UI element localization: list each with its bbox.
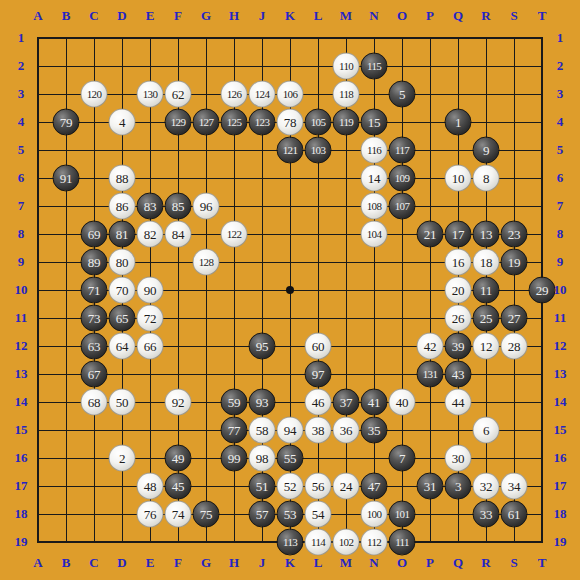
stone-white-34-S17[interactable]: 34 [501,473,528,500]
stone-black-61-S18[interactable]: 61 [501,501,528,528]
stone-move-number: 82 [144,228,156,241]
stone-white-24-M17[interactable]: 24 [333,473,360,500]
stone-move-number: 125 [227,117,241,128]
stone-white-2-D16[interactable]: 2 [109,445,136,472]
stone-white-4-D4[interactable]: 4 [109,109,136,136]
stone-black-73-C11[interactable]: 73 [81,305,108,332]
column-label-top-A: A [33,8,42,24]
stone-move-number: 78 [284,116,296,129]
stone-move-number: 128 [199,257,213,268]
stone-move-number: 81 [116,228,128,241]
row-label-left-2: 2 [18,58,25,74]
stone-black-19-S9[interactable]: 19 [501,249,528,276]
row-label-left-6: 6 [18,170,25,186]
stone-move-number: 12 [480,340,492,353]
stone-move-number: 29 [536,284,548,297]
column-label-bottom-O: O [397,555,407,571]
row-label-right-17: 17 [554,478,567,494]
stone-white-114-L19[interactable]: 114 [305,529,332,556]
stone-move-number: 122 [227,229,241,240]
row-label-left-3: 3 [18,86,25,102]
stone-black-33-R18[interactable]: 33 [473,501,500,528]
stone-black-43-Q13[interactable]: 43 [445,361,472,388]
stone-white-30-Q16[interactable]: 30 [445,445,472,472]
grid-line-vertical [430,37,431,543]
stone-move-number: 109 [395,173,409,184]
stone-black-127-G4[interactable]: 127 [193,109,220,136]
column-label-bottom-J: J [259,555,266,571]
column-label-bottom-A: A [33,555,42,571]
stone-move-number: 38 [312,424,324,437]
stone-move-number: 120 [87,89,101,100]
stone-move-number: 45 [172,480,184,493]
stone-black-27-S11[interactable]: 27 [501,305,528,332]
stone-white-8-R6[interactable]: 8 [473,165,500,192]
stone-white-48-E17[interactable]: 48 [137,473,164,500]
stone-move-number: 117 [395,145,409,156]
stone-black-123-J4[interactable]: 123 [249,109,276,136]
stone-white-64-D12[interactable]: 64 [109,333,136,360]
column-label-bottom-Q: Q [453,555,463,571]
column-label-top-M: M [340,8,352,24]
stone-black-109-O6[interactable]: 109 [389,165,416,192]
stone-move-number: 66 [144,340,156,353]
stone-black-83-E7[interactable]: 83 [137,193,164,220]
stone-move-number: 115 [367,61,381,72]
stone-black-51-J17[interactable]: 51 [249,473,276,500]
stone-white-6-R15[interactable]: 6 [473,417,500,444]
stone-black-49-F16[interactable]: 49 [165,445,192,472]
stone-white-40-O14[interactable]: 40 [389,389,416,416]
column-label-top-N: N [369,8,378,24]
column-label-bottom-E: E [146,555,155,571]
stone-black-59-H14[interactable]: 59 [221,389,248,416]
stone-move-number: 75 [200,508,212,521]
stone-white-54-L18[interactable]: 54 [305,501,332,528]
stone-black-53-K18[interactable]: 53 [277,501,304,528]
column-label-bottom-S: S [510,555,517,571]
column-label-bottom-N: N [369,555,378,571]
column-label-top-Q: Q [453,8,463,24]
stone-move-number: 83 [144,200,156,213]
stone-move-number: 123 [255,117,269,128]
stone-move-number: 10 [452,172,464,185]
row-label-left-14: 14 [15,394,28,410]
stone-move-number: 39 [452,340,464,353]
stone-black-125-H4[interactable]: 125 [221,109,248,136]
stone-move-number: 116 [367,145,381,156]
stone-move-number: 113 [283,537,297,548]
stone-move-number: 89 [88,256,100,269]
stone-white-84-F8[interactable]: 84 [165,221,192,248]
stone-white-70-D10[interactable]: 70 [109,277,136,304]
row-label-right-4: 4 [557,114,564,130]
stone-white-86-D7[interactable]: 86 [109,193,136,220]
row-label-right-8: 8 [557,226,564,242]
stone-white-104-N8[interactable]: 104 [361,221,388,248]
stone-black-101-O18[interactable]: 101 [389,501,416,528]
stone-white-108-N7[interactable]: 108 [361,193,388,220]
stone-move-number: 112 [367,537,381,548]
column-label-top-L: L [314,8,323,24]
stone-white-16-Q9[interactable]: 16 [445,249,472,276]
stone-black-57-J18[interactable]: 57 [249,501,276,528]
column-label-bottom-B: B [62,555,71,571]
go-kifu-diagram: AABBCCDDEEFFGGHHJJKKLLMMNNOOPPQQRRSSTT11… [0,0,580,580]
stone-black-91-B6[interactable]: 91 [53,165,80,192]
stone-move-number: 110 [339,61,353,72]
stone-move-number: 16 [452,256,464,269]
stone-move-number: 85 [172,200,184,213]
row-label-right-9: 9 [557,254,564,270]
stone-move-number: 51 [256,480,268,493]
row-label-right-19: 19 [554,534,567,550]
stone-white-58-J15[interactable]: 58 [249,417,276,444]
column-label-bottom-L: L [314,555,323,571]
stone-black-117-O5[interactable]: 117 [389,137,416,164]
column-label-top-H: H [229,8,239,24]
row-label-left-15: 15 [15,422,28,438]
stone-black-31-P17[interactable]: 31 [417,473,444,500]
column-label-top-O: O [397,8,407,24]
stone-black-1-Q4[interactable]: 1 [445,109,472,136]
row-label-left-13: 13 [15,366,28,382]
stone-black-111-O19[interactable]: 111 [389,529,416,556]
stone-white-122-H8[interactable]: 122 [221,221,248,248]
row-label-left-1: 1 [18,30,25,46]
star-point-K10 [286,286,294,294]
column-label-top-T: T [538,8,547,24]
stone-move-number: 46 [312,396,324,409]
stone-move-number: 31 [424,480,436,493]
stone-white-100-N18[interactable]: 100 [361,501,388,528]
stone-white-90-E10[interactable]: 90 [137,277,164,304]
stone-black-69-C8[interactable]: 69 [81,221,108,248]
stone-move-number: 92 [172,396,184,409]
stone-black-39-Q12[interactable]: 39 [445,333,472,360]
row-label-right-7: 7 [557,198,564,214]
stone-black-97-L13[interactable]: 97 [305,361,332,388]
column-label-bottom-T: T [538,555,547,571]
row-label-right-18: 18 [554,506,567,522]
row-label-left-11: 11 [15,310,27,326]
row-label-left-17: 17 [15,478,28,494]
stone-black-41-N14[interactable]: 41 [361,389,388,416]
stone-move-number: 94 [284,424,296,437]
stone-white-120-C3[interactable]: 120 [81,81,108,108]
stone-black-23-S8[interactable]: 23 [501,221,528,248]
stone-black-21-P8[interactable]: 21 [417,221,444,248]
row-label-left-10: 10 [15,282,28,298]
stone-white-42-P12[interactable]: 42 [417,333,444,360]
stone-move-number: 53 [284,508,296,521]
stone-move-number: 95 [256,340,268,353]
stone-move-number: 37 [340,396,352,409]
stone-move-number: 103 [311,145,325,156]
stone-white-60-L12[interactable]: 60 [305,333,332,360]
stone-black-129-F4[interactable]: 129 [165,109,192,136]
stone-white-66-E12[interactable]: 66 [137,333,164,360]
stone-move-number: 88 [116,172,128,185]
stone-move-number: 24 [340,480,352,493]
stone-white-56-L17[interactable]: 56 [305,473,332,500]
stone-black-5-O3[interactable]: 5 [389,81,416,108]
stone-black-79-B4[interactable]: 79 [53,109,80,136]
column-label-bottom-K: K [285,555,295,571]
stone-move-number: 102 [339,537,353,548]
stone-black-99-H16[interactable]: 99 [221,445,248,472]
row-label-right-2: 2 [557,58,564,74]
stone-move-number: 107 [395,201,409,212]
stone-black-37-M14[interactable]: 37 [333,389,360,416]
stone-black-63-C12[interactable]: 63 [81,333,108,360]
stone-white-130-E3[interactable]: 130 [137,81,164,108]
stone-black-103-L5[interactable]: 103 [305,137,332,164]
stone-move-number: 74 [172,508,184,521]
stone-move-number: 86 [116,200,128,213]
stone-move-number: 119 [339,117,353,128]
stone-move-number: 18 [480,256,492,269]
stone-move-number: 118 [339,89,353,100]
stone-white-88-D6[interactable]: 88 [109,165,136,192]
stone-white-44-Q14[interactable]: 44 [445,389,472,416]
stone-white-68-C14[interactable]: 68 [81,389,108,416]
row-label-right-5: 5 [557,142,564,158]
stone-black-45-F17[interactable]: 45 [165,473,192,500]
stone-move-number: 27 [508,312,520,325]
stone-black-131-P13[interactable]: 131 [417,361,444,388]
row-label-right-3: 3 [557,86,564,102]
stone-black-115-N2[interactable]: 115 [361,53,388,80]
stone-move-number: 4 [119,116,125,129]
stone-move-number: 11 [480,284,492,297]
row-label-left-19: 19 [15,534,28,550]
stone-black-15-N4[interactable]: 15 [361,109,388,136]
stone-white-32-R17[interactable]: 32 [473,473,500,500]
stone-move-number: 23 [508,228,520,241]
stone-white-12-R12[interactable]: 12 [473,333,500,360]
column-label-top-B: B [62,8,71,24]
row-label-left-18: 18 [15,506,28,522]
stone-move-number: 104 [367,229,381,240]
stone-white-106-K3[interactable]: 106 [277,81,304,108]
stone-move-number: 1 [455,116,461,129]
stone-white-18-R9[interactable]: 18 [473,249,500,276]
stone-white-94-K15[interactable]: 94 [277,417,304,444]
stone-move-number: 55 [284,452,296,465]
stone-move-number: 101 [395,509,409,520]
stone-black-113-K19[interactable]: 113 [277,529,304,556]
stone-move-number: 7 [399,452,405,465]
stone-move-number: 71 [88,284,100,297]
row-label-right-16: 16 [554,450,567,466]
stone-move-number: 6 [483,424,489,437]
stone-black-121-K5[interactable]: 121 [277,137,304,164]
column-label-bottom-C: C [89,555,98,571]
stone-white-112-N19[interactable]: 112 [361,529,388,556]
stone-move-number: 97 [312,368,324,381]
column-label-top-J: J [259,8,266,24]
stone-move-number: 62 [172,88,184,101]
stone-move-number: 56 [312,480,324,493]
row-label-left-8: 8 [18,226,25,242]
row-label-right-11: 11 [554,310,566,326]
stone-white-76-E18[interactable]: 76 [137,501,164,528]
stone-white-78-K4[interactable]: 78 [277,109,304,136]
stone-white-26-Q11[interactable]: 26 [445,305,472,332]
stone-white-10-Q6[interactable]: 10 [445,165,472,192]
stone-white-128-G9[interactable]: 128 [193,249,220,276]
row-label-right-1: 1 [557,30,564,46]
stone-white-50-D14[interactable]: 50 [109,389,136,416]
stone-white-82-E8[interactable]: 82 [137,221,164,248]
stone-move-number: 34 [508,480,520,493]
row-label-right-13: 13 [554,366,567,382]
stone-white-20-Q10[interactable]: 20 [445,277,472,304]
stone-move-number: 105 [311,117,325,128]
stone-move-number: 65 [116,312,128,325]
stone-move-number: 111 [395,537,409,548]
stone-white-46-L14[interactable]: 46 [305,389,332,416]
stone-black-119-M4[interactable]: 119 [333,109,360,136]
stone-move-number: 26 [452,312,464,325]
stone-white-52-K17[interactable]: 52 [277,473,304,500]
stone-move-number: 63 [88,340,100,353]
stone-move-number: 30 [452,452,464,465]
stone-move-number: 76 [144,508,156,521]
stone-move-number: 68 [88,396,100,409]
stone-white-126-H3[interactable]: 126 [221,81,248,108]
stone-move-number: 114 [311,537,325,548]
stone-move-number: 67 [88,368,100,381]
stone-move-number: 14 [368,172,380,185]
column-label-bottom-H: H [229,555,239,571]
stone-black-95-J12[interactable]: 95 [249,333,276,360]
stone-move-number: 58 [256,424,268,437]
stone-move-number: 57 [256,508,268,521]
stone-move-number: 19 [508,256,520,269]
stone-white-80-D9[interactable]: 80 [109,249,136,276]
stone-white-102-M19[interactable]: 102 [333,529,360,556]
stone-black-11-R10[interactable]: 11 [473,277,500,304]
column-label-top-E: E [146,8,155,24]
column-label-bottom-P: P [426,555,434,571]
row-label-left-5: 5 [18,142,25,158]
stone-black-3-Q17[interactable]: 3 [445,473,472,500]
stone-move-number: 61 [508,508,520,521]
row-label-left-9: 9 [18,254,25,270]
row-label-right-14: 14 [554,394,567,410]
stone-white-28-S12[interactable]: 28 [501,333,528,360]
stone-move-number: 36 [340,424,352,437]
stone-move-number: 50 [116,396,128,409]
stone-white-74-F18[interactable]: 74 [165,501,192,528]
stone-black-29-T10[interactable]: 29 [529,277,556,304]
stone-move-number: 79 [60,116,72,129]
stone-move-number: 96 [200,200,212,213]
stone-move-number: 49 [172,452,184,465]
stone-move-number: 3 [455,480,461,493]
stone-black-13-R8[interactable]: 13 [473,221,500,248]
row-label-right-6: 6 [557,170,564,186]
row-label-right-15: 15 [554,422,567,438]
stone-move-number: 2 [119,452,125,465]
stone-move-number: 73 [88,312,100,325]
stone-move-number: 100 [367,509,381,520]
row-label-right-12: 12 [554,338,567,354]
stone-white-38-L15[interactable]: 38 [305,417,332,444]
column-label-top-C: C [89,8,98,24]
stone-white-62-F3[interactable]: 62 [165,81,192,108]
stone-black-7-O16[interactable]: 7 [389,445,416,472]
stone-black-75-G18[interactable]: 75 [193,501,220,528]
stone-move-number: 124 [255,89,269,100]
stone-move-number: 41 [368,396,380,409]
stone-black-77-H15[interactable]: 77 [221,417,248,444]
stone-move-number: 32 [480,480,492,493]
stone-white-92-F14[interactable]: 92 [165,389,192,416]
stone-black-89-C9[interactable]: 89 [81,249,108,276]
stone-white-72-E11[interactable]: 72 [137,305,164,332]
stone-white-110-M2[interactable]: 110 [333,53,360,80]
stone-white-116-N5[interactable]: 116 [361,137,388,164]
stone-black-47-N17[interactable]: 47 [361,473,388,500]
stone-move-number: 20 [452,284,464,297]
stone-white-118-M3[interactable]: 118 [333,81,360,108]
stone-white-98-J16[interactable]: 98 [249,445,276,472]
column-label-bottom-F: F [174,555,182,571]
row-label-left-7: 7 [18,198,25,214]
stone-black-105-L4[interactable]: 105 [305,109,332,136]
stone-move-number: 121 [283,145,297,156]
stone-black-93-J14[interactable]: 93 [249,389,276,416]
stone-move-number: 33 [480,508,492,521]
stone-black-71-C10[interactable]: 71 [81,277,108,304]
stone-black-17-Q8[interactable]: 17 [445,221,472,248]
stone-black-81-D8[interactable]: 81 [109,221,136,248]
stone-black-25-R11[interactable]: 25 [473,305,500,332]
stone-black-55-K16[interactable]: 55 [277,445,304,472]
column-label-bottom-M: M [340,555,352,571]
stone-move-number: 47 [368,480,380,493]
stone-move-number: 42 [424,340,436,353]
stone-move-number: 60 [312,340,324,353]
row-label-left-4: 4 [18,114,25,130]
stone-black-35-N15[interactable]: 35 [361,417,388,444]
stone-black-9-R5[interactable]: 9 [473,137,500,164]
stone-move-number: 70 [116,284,128,297]
stone-white-14-N6[interactable]: 14 [361,165,388,192]
stone-move-number: 127 [199,117,213,128]
grid-line-vertical [514,37,515,543]
stone-black-107-O7[interactable]: 107 [389,193,416,220]
stone-move-number: 91 [60,172,72,185]
stone-move-number: 90 [144,284,156,297]
stone-move-number: 131 [423,369,437,380]
stone-white-96-G7[interactable]: 96 [193,193,220,220]
stone-move-number: 44 [452,396,464,409]
stone-black-67-C13[interactable]: 67 [81,361,108,388]
stone-move-number: 106 [283,89,297,100]
stone-move-number: 59 [228,396,240,409]
stone-black-85-F7[interactable]: 85 [165,193,192,220]
stone-move-number: 15 [368,116,380,129]
column-label-top-D: D [117,8,126,24]
stone-white-124-J3[interactable]: 124 [249,81,276,108]
stone-white-36-M15[interactable]: 36 [333,417,360,444]
stone-black-65-D11[interactable]: 65 [109,305,136,332]
column-label-top-F: F [174,8,182,24]
